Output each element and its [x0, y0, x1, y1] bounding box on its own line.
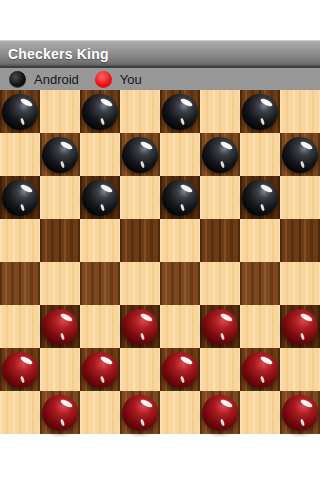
square-r5c0 — [0, 305, 40, 348]
square-r2c0[interactable] — [0, 176, 40, 219]
red-piece[interactable] — [202, 395, 238, 431]
square-r0c6[interactable] — [240, 90, 280, 133]
square-r4c2[interactable] — [80, 262, 120, 305]
square-r7c6 — [240, 391, 280, 434]
square-r4c3 — [120, 262, 160, 305]
app-title: Checkers King — [8, 46, 109, 62]
square-r0c5 — [200, 90, 240, 133]
red-piece[interactable] — [202, 309, 238, 345]
square-r5c7[interactable] — [280, 305, 320, 348]
square-r5c2 — [80, 305, 120, 348]
square-r6c3 — [120, 348, 160, 391]
android-label: Android — [34, 72, 79, 87]
black-piece[interactable] — [82, 94, 118, 130]
square-r1c0 — [0, 133, 40, 176]
square-r1c6 — [240, 133, 280, 176]
square-r3c2 — [80, 219, 120, 262]
square-r0c4[interactable] — [160, 90, 200, 133]
red-piece[interactable] — [122, 309, 158, 345]
square-r3c0 — [0, 219, 40, 262]
square-r1c1[interactable] — [40, 133, 80, 176]
square-r7c4 — [160, 391, 200, 434]
square-r1c3[interactable] — [120, 133, 160, 176]
square-r0c1 — [40, 90, 80, 133]
board — [0, 90, 320, 434]
square-r0c3 — [120, 90, 160, 133]
black-piece-icon — [9, 71, 26, 88]
square-r6c4[interactable] — [160, 348, 200, 391]
square-r2c4[interactable] — [160, 176, 200, 219]
red-piece[interactable] — [162, 352, 198, 388]
legend-item-android: Android — [0, 71, 79, 88]
legend-bar: Android You — [0, 66, 320, 90]
square-r7c3[interactable] — [120, 391, 160, 434]
red-piece[interactable] — [122, 395, 158, 431]
square-r2c5 — [200, 176, 240, 219]
square-r6c0[interactable] — [0, 348, 40, 391]
square-r7c5[interactable] — [200, 391, 240, 434]
square-r2c2[interactable] — [80, 176, 120, 219]
red-piece-icon — [95, 71, 112, 88]
square-r1c4 — [160, 133, 200, 176]
square-r5c3[interactable] — [120, 305, 160, 348]
square-r2c3 — [120, 176, 160, 219]
square-r6c6[interactable] — [240, 348, 280, 391]
square-r7c0 — [0, 391, 40, 434]
square-r1c5[interactable] — [200, 133, 240, 176]
square-r1c7[interactable] — [280, 133, 320, 176]
red-piece[interactable] — [282, 309, 318, 345]
square-r6c5 — [200, 348, 240, 391]
black-piece[interactable] — [282, 137, 318, 173]
black-piece[interactable] — [2, 180, 38, 216]
square-r7c1[interactable] — [40, 391, 80, 434]
square-r0c2[interactable] — [80, 90, 120, 133]
square-r6c7 — [280, 348, 320, 391]
black-piece[interactable] — [202, 137, 238, 173]
black-piece[interactable] — [82, 180, 118, 216]
square-r4c1 — [40, 262, 80, 305]
black-piece[interactable] — [242, 180, 278, 216]
square-r2c7 — [280, 176, 320, 219]
square-r6c1 — [40, 348, 80, 391]
red-piece[interactable] — [42, 395, 78, 431]
square-r4c0[interactable] — [0, 262, 40, 305]
square-r4c4[interactable] — [160, 262, 200, 305]
you-label: You — [120, 72, 142, 87]
square-r4c7 — [280, 262, 320, 305]
square-r3c5[interactable] — [200, 219, 240, 262]
square-r3c4 — [160, 219, 200, 262]
square-r6c2[interactable] — [80, 348, 120, 391]
square-r2c1 — [40, 176, 80, 219]
square-r5c6 — [240, 305, 280, 348]
black-piece[interactable] — [2, 94, 38, 130]
square-r4c5 — [200, 262, 240, 305]
legend-item-you: You — [79, 71, 142, 88]
black-piece[interactable] — [122, 137, 158, 173]
square-r0c7 — [280, 90, 320, 133]
square-r5c1[interactable] — [40, 305, 80, 348]
square-r1c2 — [80, 133, 120, 176]
square-r0c0[interactable] — [0, 90, 40, 133]
black-piece[interactable] — [42, 137, 78, 173]
square-r3c3[interactable] — [120, 219, 160, 262]
square-r3c6 — [240, 219, 280, 262]
black-piece[interactable] — [162, 180, 198, 216]
square-r3c7[interactable] — [280, 219, 320, 262]
square-r3c1[interactable] — [40, 219, 80, 262]
square-r7c2 — [80, 391, 120, 434]
black-piece[interactable] — [242, 94, 278, 130]
square-r5c5[interactable] — [200, 305, 240, 348]
title-bar: Checkers King — [0, 40, 320, 66]
red-piece[interactable] — [82, 352, 118, 388]
square-r5c4 — [160, 305, 200, 348]
square-r4c6[interactable] — [240, 262, 280, 305]
red-piece[interactable] — [42, 309, 78, 345]
red-piece[interactable] — [242, 352, 278, 388]
black-piece[interactable] — [162, 94, 198, 130]
red-piece[interactable] — [2, 352, 38, 388]
square-r2c6[interactable] — [240, 176, 280, 219]
square-r7c7[interactable] — [280, 391, 320, 434]
red-piece[interactable] — [282, 395, 318, 431]
